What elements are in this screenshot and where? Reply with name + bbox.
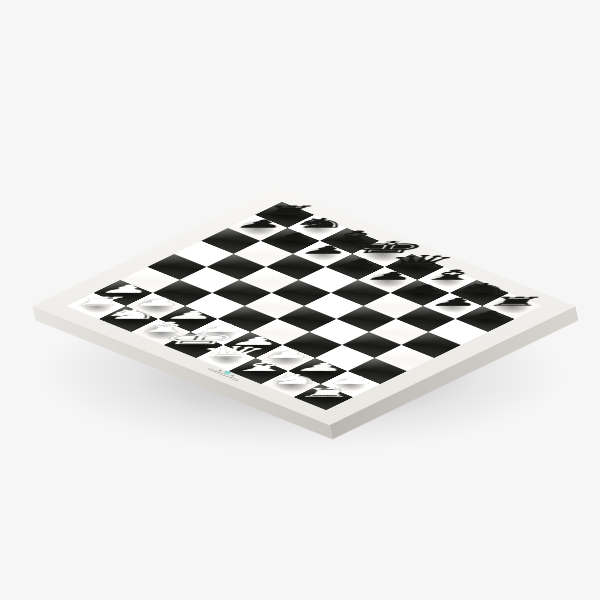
white-rook-glyph: ♜ — [252, 387, 402, 399]
white-knight-glyph: ♞ — [220, 373, 371, 386]
black-pawn-glyph: ♟ — [186, 219, 335, 230]
white-pawn-glyph: ♟ — [52, 284, 201, 295]
square-a7: ♟ — [455, 306, 514, 332]
product-photo-background: { "game": { "name": "chess", "position":… — [0, 0, 600, 600]
square-f7: ♟ — [293, 241, 352, 267]
square-a1: ♜ — [294, 384, 353, 410]
